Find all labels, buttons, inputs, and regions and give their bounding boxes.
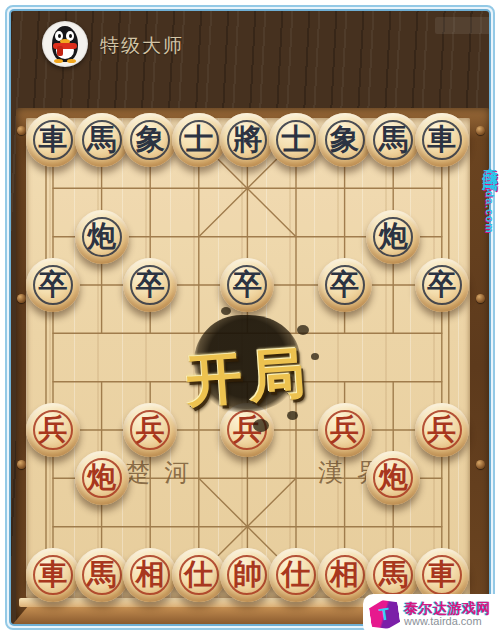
piece-glyph: 炮 bbox=[75, 451, 129, 505]
piece-glyph: 炮 bbox=[366, 210, 420, 264]
piece-red-炮[interactable]: 炮 bbox=[366, 451, 420, 505]
piece-glyph: 卒 bbox=[123, 258, 177, 312]
piece-glyph: 象 bbox=[123, 113, 177, 167]
piece-red-帥[interactable]: 帥 bbox=[220, 548, 274, 602]
ink-splatter bbox=[297, 325, 309, 335]
piece-black-車[interactable]: 車 bbox=[415, 113, 469, 167]
piece-glyph: 馬 bbox=[75, 548, 129, 602]
piece-red-炮[interactable]: 炮 bbox=[75, 451, 129, 505]
piece-glyph: 馬 bbox=[366, 113, 420, 167]
piece-red-仕[interactable]: 仕 bbox=[269, 548, 323, 602]
piece-glyph: 兵 bbox=[26, 403, 80, 457]
piece-red-相[interactable]: 相 bbox=[123, 548, 177, 602]
piece-glyph: 仕 bbox=[269, 548, 323, 602]
piece-glyph: 相 bbox=[123, 548, 177, 602]
piece-black-象[interactable]: 象 bbox=[318, 113, 372, 167]
piece-black-卒[interactable]: 卒 bbox=[26, 258, 80, 312]
piece-red-馬[interactable]: 馬 bbox=[75, 548, 129, 602]
piece-black-士[interactable]: 士 bbox=[269, 113, 323, 167]
piece-glyph: 炮 bbox=[366, 451, 420, 505]
piece-glyph: 車 bbox=[415, 113, 469, 167]
piece-black-馬[interactable]: 馬 bbox=[75, 113, 129, 167]
piece-glyph: 卒 bbox=[318, 258, 372, 312]
piece-black-炮[interactable]: 炮 bbox=[75, 210, 129, 264]
outer-border: 特级大师 楚河 漢界 車馬象士將士象馬車炮炮卒卒卒卒卒兵兵兵兵兵炮炮車馬相仕帥仕… bbox=[5, 5, 495, 630]
piece-glyph: 帥 bbox=[220, 548, 274, 602]
piece-glyph: 士 bbox=[269, 113, 323, 167]
ink-splatter bbox=[287, 411, 298, 420]
piece-glyph: 相 bbox=[318, 548, 372, 602]
piece-black-將[interactable]: 將 bbox=[220, 113, 274, 167]
piece-black-象[interactable]: 象 bbox=[123, 113, 177, 167]
piece-glyph: 卒 bbox=[220, 258, 274, 312]
piece-glyph: 車 bbox=[26, 548, 80, 602]
piece-black-卒[interactable]: 卒 bbox=[415, 258, 469, 312]
piece-glyph: 象 bbox=[318, 113, 372, 167]
game-area: 特级大师 楚河 漢界 車馬象士將士象馬車炮炮卒卒卒卒卒兵兵兵兵兵炮炮車馬相仕帥仕… bbox=[9, 9, 491, 626]
piece-glyph: 兵 bbox=[318, 403, 372, 457]
corner-watermark-texts: 泰尔达游戏网 www.tairda.com bbox=[404, 601, 491, 627]
tairda-logo-letter: T bbox=[368, 598, 401, 631]
side-watermark: 泰尔达游戏 tairda.com bbox=[477, 156, 499, 346]
side-watermark-url: tairda.com bbox=[484, 170, 496, 233]
piece-black-馬[interactable]: 馬 bbox=[366, 113, 420, 167]
piece-glyph: 仕 bbox=[172, 548, 226, 602]
piece-black-士[interactable]: 士 bbox=[172, 113, 226, 167]
piece-glyph: 卒 bbox=[26, 258, 80, 312]
piece-black-車[interactable]: 車 bbox=[26, 113, 80, 167]
piece-glyph: 兵 bbox=[415, 403, 469, 457]
piece-glyph: 馬 bbox=[75, 113, 129, 167]
piece-red-兵[interactable]: 兵 bbox=[318, 403, 372, 457]
piece-red-相[interactable]: 相 bbox=[318, 548, 372, 602]
side-watermark-text: 泰尔达游戏 bbox=[482, 156, 499, 166]
piece-glyph: 卒 bbox=[415, 258, 469, 312]
piece-glyph: 車 bbox=[26, 113, 80, 167]
ink-splatter bbox=[253, 419, 269, 432]
piece-black-卒[interactable]: 卒 bbox=[123, 258, 177, 312]
piece-black-炮[interactable]: 炮 bbox=[366, 210, 420, 264]
screen: 特级大师 楚河 漢界 車馬象士將士象馬車炮炮卒卒卒卒卒兵兵兵兵兵炮炮車馬相仕帥仕… bbox=[0, 0, 500, 635]
tairda-logo-icon: T bbox=[368, 598, 401, 631]
piece-red-兵[interactable]: 兵 bbox=[415, 403, 469, 457]
piece-red-兵[interactable]: 兵 bbox=[26, 403, 80, 457]
piece-black-卒[interactable]: 卒 bbox=[220, 258, 274, 312]
ink-splatter bbox=[221, 307, 231, 315]
piece-black-卒[interactable]: 卒 bbox=[318, 258, 372, 312]
corner-watermark-site: 泰尔达游戏网 bbox=[404, 601, 491, 616]
piece-red-仕[interactable]: 仕 bbox=[172, 548, 226, 602]
piece-glyph: 士 bbox=[172, 113, 226, 167]
corner-watermark: T 泰尔达游戏网 www.tairda.com bbox=[363, 594, 500, 635]
piece-glyph: 將 bbox=[220, 113, 274, 167]
corner-watermark-url: www.tairda.com bbox=[404, 616, 491, 628]
piece-glyph: 炮 bbox=[75, 210, 129, 264]
piece-red-車[interactable]: 車 bbox=[26, 548, 80, 602]
